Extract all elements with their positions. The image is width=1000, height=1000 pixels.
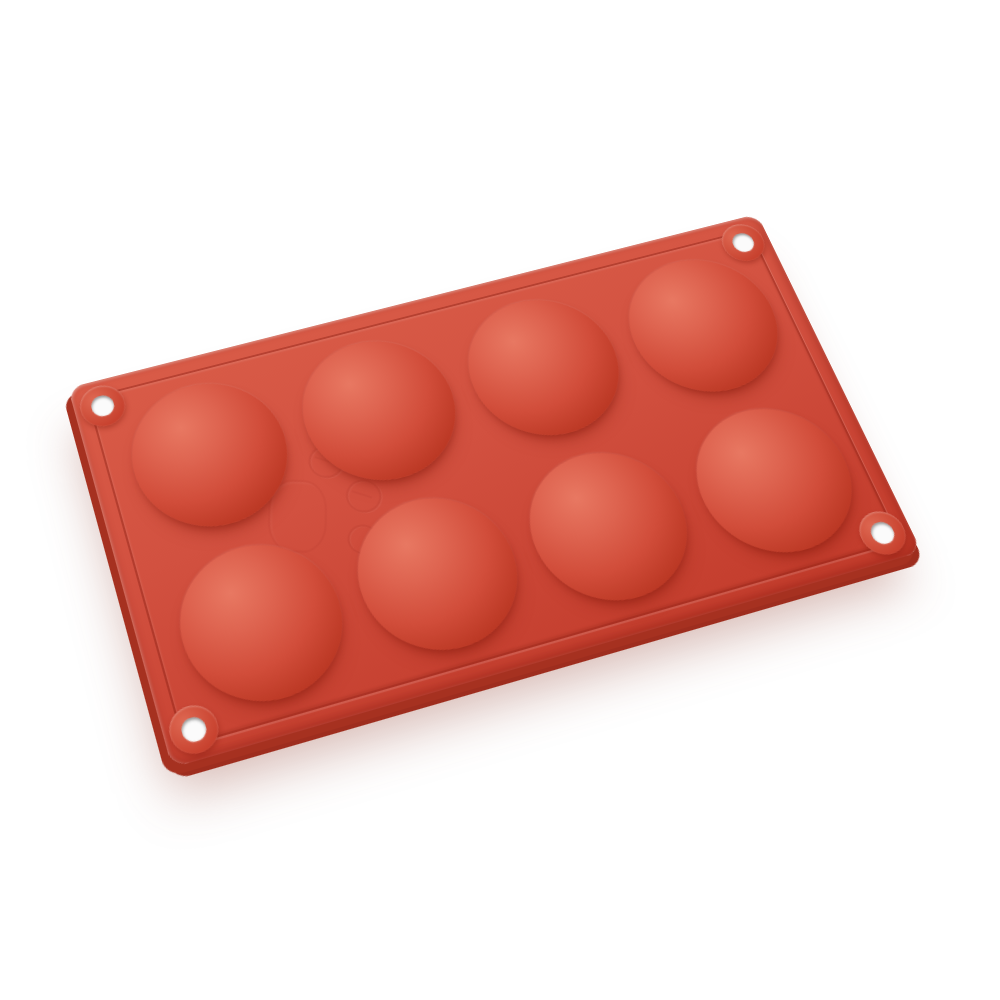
corner-hole-4 (179, 714, 209, 744)
corner-hole-1 (89, 393, 116, 418)
product-photo (0, 0, 1000, 1000)
corner-hole-3 (867, 520, 898, 547)
embossed-mark-circle-2 (341, 476, 386, 517)
corner-hole-2 (729, 231, 757, 254)
silicone-mold-tray (68, 214, 922, 768)
